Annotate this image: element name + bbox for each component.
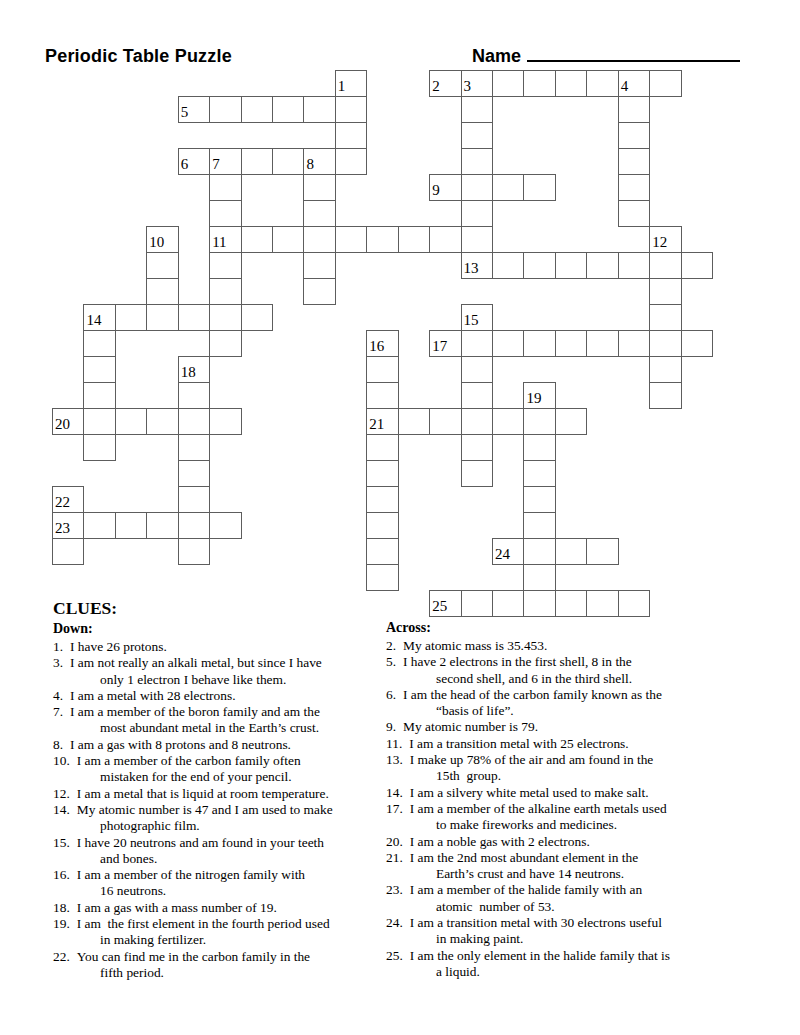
clue-text-wrap: fifth period.: [53, 965, 383, 981]
clue-number-label: 18.: [53, 900, 70, 915]
cell-r13c16[interactable]: [555, 408, 587, 435]
clue-text: I am a transition metal with 25 electron…: [409, 736, 628, 751]
cell-r10c20[interactable]: [681, 330, 713, 357]
clue-text: My atomic mass is 35.453.: [403, 638, 547, 653]
cell-r7c14[interactable]: [492, 252, 524, 279]
down-clues-list: 1.I have 26 protons.3.I am not really an…: [53, 639, 383, 981]
clue-text: I have 26 protons.: [70, 639, 167, 654]
cell-r4c5[interactable]: [209, 174, 241, 201]
cell-r12c4[interactable]: [178, 382, 210, 409]
cell-r1c8[interactable]: [303, 96, 335, 123]
cell-r14c4[interactable]: [178, 434, 210, 461]
clue-text: I am a member of the halide family with …: [410, 882, 642, 897]
cell-r1c9[interactable]: [335, 96, 367, 123]
clue-text: I am a transition metal with 30 electron…: [410, 915, 662, 930]
cell-r10c14[interactable]: [492, 330, 524, 357]
cell-r11c13[interactable]: [461, 356, 493, 383]
across-clue-2: 2.My atomic mass is 35.453.: [386, 638, 786, 654]
cell-r7c20[interactable]: [681, 252, 713, 279]
cell-r14c1[interactable]: [83, 434, 115, 461]
clue-text-wrap: a liquid.: [386, 964, 786, 980]
cell-r18c15[interactable]: [523, 538, 555, 565]
clue-number-label: 14.: [386, 785, 403, 800]
cell-r4c18[interactable]: [618, 174, 650, 201]
cell-r8c5[interactable]: [209, 278, 241, 305]
cell-r12c1[interactable]: [83, 382, 115, 409]
clue-number-16: 16: [369, 339, 384, 354]
cell-r18c0[interactable]: [52, 538, 84, 565]
clue-number-label: 12.: [53, 786, 70, 801]
cell-r17c10[interactable]: [366, 512, 398, 539]
cell-r10c15[interactable]: [523, 330, 555, 357]
cell-r6c9[interactable]: [335, 226, 367, 253]
cell-r20c15[interactable]: [523, 590, 555, 617]
cell-r11c10[interactable]: [366, 356, 398, 383]
cell-r10c13[interactable]: [461, 330, 493, 357]
clues-down-section: CLUES: Down: 1.I have 26 protons.3.I am …: [53, 599, 383, 981]
cell-r13c12[interactable]: [429, 408, 461, 435]
down-clue-19: 19.I am the first element in the fourth …: [53, 916, 383, 932]
cell-r10c16[interactable]: [555, 330, 587, 357]
cell-r15c4[interactable]: [178, 460, 210, 487]
cell-r7c19[interactable]: [649, 252, 681, 279]
clue-number-label: 7.: [53, 704, 63, 719]
clue-number-label: 24.: [386, 915, 403, 930]
cell-r19c10[interactable]: [366, 564, 398, 591]
clue-text-wrap: “basis of life”.: [386, 703, 786, 719]
cell-r6c6[interactable]: [241, 226, 273, 253]
name-label: Name: [472, 46, 521, 66]
clue-text-wrap: only 1 electron I behave like them.: [53, 672, 383, 688]
clue-number-label: 11.: [386, 736, 402, 751]
cell-r17c4[interactable]: [178, 512, 210, 539]
clue-number-15: 15: [464, 313, 479, 328]
clue-number-label: 23.: [386, 882, 403, 897]
cell-r10c19[interactable]: [649, 330, 681, 357]
clue-number-label: 20.: [386, 834, 403, 849]
across-clue-5: 5.I have 2 electrons in the first shell,…: [386, 654, 786, 670]
cell-r13c2[interactable]: [115, 408, 147, 435]
cell-r20c17[interactable]: [586, 590, 618, 617]
cell-r20c13[interactable]: [461, 590, 493, 617]
cell-r1c7[interactable]: [272, 96, 304, 123]
cell-r15c13[interactable]: [461, 460, 493, 487]
clue-text: I am the head of the carbon family known…: [403, 687, 662, 702]
clue-number-24: 24: [495, 547, 510, 562]
cell-r0c19[interactable]: [649, 70, 681, 97]
cell-r7c18[interactable]: [618, 252, 650, 279]
across-clue-24: 24.I am a transition metal with 30 elect…: [386, 915, 786, 931]
cell-r14c10[interactable]: [366, 434, 398, 461]
page-title: Periodic Table Puzzle: [45, 46, 232, 66]
clue-number-label: 6.: [386, 687, 396, 702]
clue-text: I am a member of the boron family and am…: [70, 704, 320, 719]
cell-r17c2[interactable]: [115, 512, 147, 539]
clue-text: I am a metal with 28 electrons.: [70, 688, 235, 703]
across-clue-17: 17.I am a member of the alkaline earth m…: [386, 801, 786, 817]
clue-text: My atomic number is 47 and I am used to …: [77, 802, 333, 817]
clue-number-19: 19: [526, 391, 541, 406]
cell-r8c8[interactable]: [303, 278, 335, 305]
clue-text-wrap: to make fireworks and medicines.: [386, 817, 786, 833]
cell-r1c13[interactable]: [461, 96, 493, 123]
cell-r12c13[interactable]: [461, 382, 493, 409]
clue-number-label: 4.: [53, 688, 63, 703]
across-header: Across:: [386, 620, 786, 636]
clue-text: I am a member of the nitrogen family wit…: [77, 867, 305, 882]
clue-number-8: 8: [306, 157, 314, 172]
cell-r7c15[interactable]: [523, 252, 555, 279]
clue-text: I am a gas with a mass number of 19.: [77, 900, 277, 915]
cell-r20c18[interactable]: [618, 590, 650, 617]
clue-number-label: 14.: [53, 802, 70, 817]
clue-number-23: 23: [55, 521, 70, 536]
across-clue-13: 13.I make up 78% of the air and am found…: [386, 752, 786, 768]
down-clue-4: 4.I am a metal with 28 electrons.: [53, 688, 383, 704]
cell-r17c1[interactable]: [83, 512, 115, 539]
clue-text: I am the only element in the halide fami…: [410, 948, 670, 963]
clue-number-14: 14: [86, 313, 101, 328]
cell-r4c13[interactable]: [461, 174, 493, 201]
cell-r9c4[interactable]: [178, 304, 210, 331]
across-clue-14: 14.I am a silvery white metal used to ma…: [386, 785, 786, 801]
clue-number-7: 7: [212, 157, 220, 172]
down-clue-8: 8.I am a gas with 8 protons and 8 neutro…: [53, 737, 383, 753]
cell-r7c17[interactable]: [586, 252, 618, 279]
clues-header: CLUES:: [53, 599, 383, 618]
down-clue-10: 10.I am a member of the carbon family of…: [53, 753, 383, 769]
cell-r15c15[interactable]: [523, 460, 555, 487]
down-clue-16: 16.I am a member of the nitrogen family …: [53, 867, 383, 883]
cell-r3c13[interactable]: [461, 148, 493, 175]
across-clue-23: 23.I am a member of the halide family wi…: [386, 882, 786, 898]
clue-text: I am not really an alkali metal, but sin…: [70, 655, 322, 670]
cell-r19c15[interactable]: [523, 564, 555, 591]
clue-number-6: 6: [181, 157, 189, 172]
clue-text: I am a gas with 8 protons and 8 neutrons…: [70, 737, 291, 752]
cell-r8c3[interactable]: [146, 278, 178, 305]
cell-r11c19[interactable]: [649, 356, 681, 383]
clue-number-label: 13.: [386, 752, 403, 767]
cell-r15c10[interactable]: [366, 460, 398, 487]
cell-r2c13[interactable]: [461, 122, 493, 149]
cell-r14c13[interactable]: [461, 434, 493, 461]
cell-r3c6[interactable]: [241, 148, 273, 175]
cell-r13c13[interactable]: [461, 408, 493, 435]
clue-text: I have 20 neutrons and am found in your …: [77, 835, 324, 850]
cell-r0c17[interactable]: [586, 70, 618, 97]
clue-text: I make up 78% of the air and am found in…: [410, 752, 654, 767]
across-clue-20: 20.I am a noble gas with 2 electrons.: [386, 834, 786, 850]
cell-r3c7[interactable]: [272, 148, 304, 175]
down-clue-3: 3.I am not really an alkali metal, but s…: [53, 655, 383, 671]
clue-text-wrap: atomic number of 53.: [386, 899, 786, 915]
across-clue-6: 6.I am the head of the carbon family kno…: [386, 687, 786, 703]
clue-number-label: 3.: [53, 655, 63, 670]
cell-r2c9[interactable]: [335, 122, 367, 149]
cell-r10c5[interactable]: [209, 330, 241, 357]
cell-r0c14[interactable]: [492, 70, 524, 97]
clue-text: I am a member of the alkaline earth meta…: [410, 801, 667, 816]
clue-text-wrap: in making paint.: [386, 931, 786, 947]
clue-number-label: 16.: [53, 867, 70, 882]
cell-r16c10[interactable]: [366, 486, 398, 513]
clue-number-3: 3: [464, 79, 472, 94]
down-header: Down:: [53, 621, 383, 637]
cell-r3c9[interactable]: [335, 148, 367, 175]
clue-number-4: 4: [621, 79, 629, 94]
clue-text-wrap: photographic film.: [53, 818, 383, 834]
clue-text: I am a silvery white metal used to make …: [410, 785, 649, 800]
cell-r13c3[interactable]: [146, 408, 178, 435]
cell-r9c19[interactable]: [649, 304, 681, 331]
cell-r10c17[interactable]: [586, 330, 618, 357]
clue-text-wrap: Earth’s crust and have 14 neutrons.: [386, 866, 786, 882]
cell-r17c15[interactable]: [523, 512, 555, 539]
clue-text: I am the 2nd most abundant element in th…: [410, 850, 638, 865]
cell-r6c13[interactable]: [461, 226, 493, 253]
cell-r14c15[interactable]: [523, 434, 555, 461]
clue-number-21: 21: [369, 417, 384, 432]
clue-number-22: 22: [55, 495, 70, 510]
clue-text: I am a metal that is liquid at room temp…: [77, 786, 329, 801]
cell-r10c18[interactable]: [618, 330, 650, 357]
clue-text: You can find me in the carbon family in …: [77, 949, 310, 964]
clue-number-20: 20: [55, 417, 70, 432]
down-clue-7: 7.I am a member of the boron family and …: [53, 704, 383, 720]
cell-r6c7[interactable]: [272, 226, 304, 253]
clue-number-2: 2: [432, 79, 440, 94]
cell-r5c5[interactable]: [209, 200, 241, 227]
clue-text-wrap: most abundant metal in the Earth’s crust…: [53, 720, 383, 736]
cell-r6c12[interactable]: [429, 226, 461, 253]
cell-r18c4[interactable]: [178, 538, 210, 565]
clue-number-13: 13: [464, 261, 479, 276]
cell-r5c18[interactable]: [618, 200, 650, 227]
clue-number-10: 10: [149, 235, 164, 250]
clue-number-label: 19.: [53, 916, 70, 931]
clue-number-1: 1: [338, 79, 346, 94]
clue-number-label: 21.: [386, 850, 403, 865]
across-clues-list: 2.My atomic mass is 35.453.5.I have 2 el…: [386, 638, 786, 980]
clue-text-wrap: second shell, and 6 in the third shell.: [386, 671, 786, 687]
cell-r3c18[interactable]: [618, 148, 650, 175]
cell-r1c6[interactable]: [241, 96, 273, 123]
cell-r9c3[interactable]: [146, 304, 178, 331]
cell-r8c19[interactable]: [649, 278, 681, 305]
across-clue-21: 21.I am the 2nd most abundant element in…: [386, 850, 786, 866]
clue-text-wrap: mistaken for the end of your pencil.: [53, 769, 383, 785]
clue-number-label: 5.: [386, 654, 396, 669]
across-clue-25: 25.I am the only element in the halide f…: [386, 948, 786, 964]
cell-r7c3[interactable]: [146, 252, 178, 279]
cell-r20c16[interactable]: [555, 590, 587, 617]
cell-r13c4[interactable]: [178, 408, 210, 435]
cell-r4c8[interactable]: [303, 174, 335, 201]
worksheet-page: Periodic Table Puzzle Name 1234567891011…: [0, 0, 800, 1035]
clues-across-section: Across: 2.My atomic mass is 35.453.5.I h…: [386, 620, 786, 980]
cell-r10c1[interactable]: [83, 330, 115, 357]
cell-r4c15[interactable]: [523, 174, 555, 201]
clue-text: I have 2 electrons in the first shell, 8…: [403, 654, 632, 669]
cell-r12c19[interactable]: [649, 382, 681, 409]
cell-r17c5[interactable]: [209, 512, 241, 539]
clue-text-wrap: 15th group.: [386, 768, 786, 784]
down-clue-14: 14.My atomic number is 47 and I am used …: [53, 802, 383, 818]
down-clue-1: 1.I have 26 protons.: [53, 639, 383, 655]
clue-number-25: 25: [432, 599, 447, 614]
cell-r1c5[interactable]: [209, 96, 241, 123]
cell-r7c8[interactable]: [303, 252, 335, 279]
clue-number-label: 17.: [386, 801, 403, 816]
cell-r6c8[interactable]: [303, 226, 335, 253]
cell-r13c5[interactable]: [209, 408, 241, 435]
clue-text: I am the first element in the fourth per…: [77, 916, 330, 931]
cell-r13c1[interactable]: [83, 408, 115, 435]
cell-r7c16[interactable]: [555, 252, 587, 279]
cell-r6c11[interactable]: [398, 226, 430, 253]
name-row: Name: [472, 44, 740, 66]
cell-r11c1[interactable]: [83, 356, 115, 383]
clue-number-label: 25.: [386, 948, 403, 963]
cell-r2c18[interactable]: [618, 122, 650, 149]
cell-r20c14[interactable]: [492, 590, 524, 617]
down-clue-15: 15.I have 20 neutrons and am found in yo…: [53, 835, 383, 851]
clue-number-label: 15.: [53, 835, 70, 850]
clue-number-label: 10.: [53, 753, 70, 768]
cell-r0c16[interactable]: [555, 70, 587, 97]
across-clue-9: 9.My atomic number is 79.: [386, 719, 786, 735]
cell-r9c6[interactable]: [241, 304, 273, 331]
clue-number-label: 1.: [53, 639, 63, 654]
cell-r16c4[interactable]: [178, 486, 210, 513]
clue-number-label: 9.: [386, 719, 396, 734]
clue-text: My atomic number is 79.: [403, 719, 538, 734]
cell-r7c5[interactable]: [209, 252, 241, 279]
cell-r13c14[interactable]: [492, 408, 524, 435]
clue-number-11: 11: [212, 235, 226, 250]
cell-r6c10[interactable]: [366, 226, 398, 253]
clue-number-label: 22.: [53, 949, 70, 964]
down-clue-22: 22.You can find me in the carbon family …: [53, 949, 383, 965]
across-clue-11: 11.I am a transition metal with 25 elect…: [386, 736, 786, 752]
cell-r16c15[interactable]: [523, 486, 555, 513]
cell-r9c5[interactable]: [209, 304, 241, 331]
cell-r4c14[interactable]: [492, 174, 524, 201]
clue-text-wrap: in making fertilizer.: [53, 932, 383, 948]
cell-r5c8[interactable]: [303, 200, 335, 227]
cell-r18c16[interactable]: [555, 538, 587, 565]
name-blank-line[interactable]: [527, 44, 740, 62]
cell-r13c11[interactable]: [398, 408, 430, 435]
crossword-grid: 1234567891011121314151617181920212223242…: [52, 70, 714, 618]
cell-r13c15[interactable]: [523, 408, 555, 435]
clue-number-17: 17: [432, 339, 447, 354]
clue-text-wrap: and bones.: [53, 851, 383, 867]
clue-text-wrap: 16 neutrons.: [53, 883, 383, 899]
cell-r17c3[interactable]: [146, 512, 178, 539]
clue-number-label: 8.: [53, 737, 63, 752]
clue-number-label: 2.: [386, 638, 396, 653]
cell-r5c13[interactable]: [461, 200, 493, 227]
down-clue-18: 18.I am a gas with a mass number of 19.: [53, 900, 383, 916]
clue-text: I am a noble gas with 2 electrons.: [410, 834, 590, 849]
cell-r18c17[interactable]: [586, 538, 618, 565]
cell-r0c15[interactable]: [523, 70, 555, 97]
cell-r1c18[interactable]: [618, 96, 650, 123]
down-clue-12: 12.I am a metal that is liquid at room t…: [53, 786, 383, 802]
cell-r12c10[interactable]: [366, 382, 398, 409]
clue-text: I am a member of the carbon family often: [77, 753, 301, 768]
clue-number-9: 9: [432, 183, 440, 198]
clue-number-12: 12: [652, 235, 667, 250]
clue-number-5: 5: [181, 105, 189, 120]
clue-number-18: 18: [181, 365, 196, 380]
cell-r18c10[interactable]: [366, 538, 398, 565]
cell-r9c2[interactable]: [115, 304, 147, 331]
